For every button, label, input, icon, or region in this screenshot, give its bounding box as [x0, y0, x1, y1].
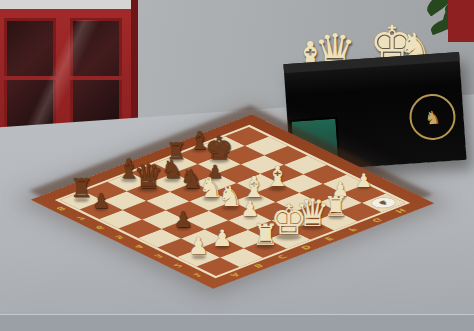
box-brand-medallion: ♞ — [408, 92, 457, 141]
piece-white-knight-d4[interactable]: ♞ — [218, 183, 243, 211]
glass-glare — [6, 20, 126, 132]
piece-white-rook-c1[interactable]: ♜ — [252, 220, 279, 250]
piece-black-pawn-a7[interactable]: ♟ — [92, 191, 110, 211]
piece-black-king-f7[interactable]: ♚ — [205, 132, 234, 164]
knight-logo-icon: ♞ — [424, 106, 442, 128]
piece-white-pawn-b2[interactable]: ♟ — [212, 227, 232, 250]
piece-white-pawn-a2[interactable]: ♟ — [188, 236, 209, 259]
knight-logo-icon: ♞ — [374, 199, 393, 208]
piece-black-pawn-b4[interactable]: ♟ — [174, 209, 193, 230]
piece-black-rook-a8[interactable]: ♜ — [70, 177, 93, 203]
piece-white-bishop-f4[interactable]: ♝ — [265, 164, 290, 192]
piece-white-pawn-h2[interactable]: ♟ — [355, 171, 372, 190]
cabinet-top-trim — [0, 0, 138, 9]
piece-black-queen-c7[interactable]: ♛ — [133, 160, 163, 194]
table-front-edge — [0, 314, 474, 331]
photo-scene: ♞ ♝♛♚♞ ABCDEFGH12345678 ♞ ♜♝♜♝♟♛♞♚♞♟♟♞♞♝… — [0, 0, 474, 331]
red-structure-corner — [448, 0, 474, 42]
